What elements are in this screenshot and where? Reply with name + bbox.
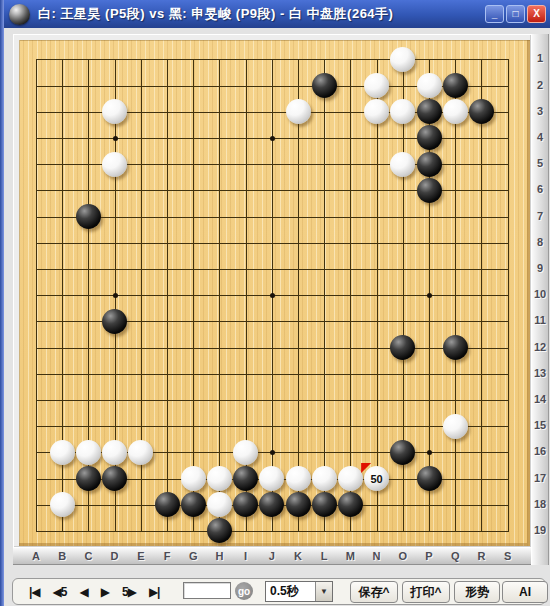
star-point [427,293,432,298]
white-stone-D5 [102,152,127,177]
nav-controls: |◀◀5◀▶5▶▶| [29,579,159,604]
column-label-F: F [158,550,176,562]
grid-line [298,59,299,532]
column-label-M: M [341,550,359,562]
column-label-L: L [315,550,333,562]
star-point [270,450,275,455]
black-stone-O12 [390,335,415,360]
white-stone-N3 [364,99,389,124]
row-label-6: 6 [531,183,549,195]
black-stone-L2 [312,73,337,98]
nav-last-button[interactable]: ▶| [149,586,160,598]
star-point [427,450,432,455]
black-stone-C17 [76,466,101,491]
white-stone-H18 [207,492,232,517]
grid-line [508,59,509,532]
white-stone-Q15 [443,414,468,439]
white-stone-B18 [50,492,75,517]
row-label-16: 16 [531,445,549,457]
row-label-4: 4 [531,131,549,143]
app-logo-icon [9,4,30,25]
column-label-P: P [420,550,438,562]
grid-line [377,59,378,532]
white-stone-M17 [338,466,363,491]
delay-value: 0.5秒 [266,583,315,600]
column-label-H: H [210,550,228,562]
row-label-3: 3 [531,105,549,117]
delay-select[interactable]: 0.5秒 ▼ [265,581,333,602]
white-stone-O5 [390,152,415,177]
grid-line [324,59,325,532]
column-label-D: D [106,550,124,562]
row-label-8: 8 [531,236,549,248]
black-stone-P6 [417,178,442,203]
nav-forward-5-button[interactable]: 5▶ [122,586,136,598]
white-stone-N17: 50 [364,466,389,491]
row-label-2: 2 [531,79,549,91]
dropdown-arrow-icon[interactable]: ▼ [315,582,332,601]
column-label-B: B [53,550,71,562]
white-stone-C16 [76,440,101,465]
white-stone-N2 [364,73,389,98]
row-label-13: 13 [531,367,549,379]
column-label-S: S [499,550,517,562]
row-label-15: 15 [531,419,549,431]
row-label-9: 9 [531,262,549,274]
white-stone-O1 [390,47,415,72]
nav-back-button[interactable]: ◀ [80,586,88,598]
star-point [113,293,118,298]
column-label-J: J [263,550,281,562]
black-stone-I18 [233,492,258,517]
white-stone-K17 [286,466,311,491]
star-point [270,293,275,298]
minimize-button[interactable]: _ [485,5,504,23]
black-stone-D11 [102,309,127,334]
white-stone-O3 [390,99,415,124]
white-stone-D3 [102,99,127,124]
go-button[interactable]: go [235,582,253,600]
go-viewer-window: 白: 王星昊 (P5段) vs 黑: 申旻峻 (P9段) - 白 中盘胜(264… [0,0,550,606]
black-stone-J18 [259,492,284,517]
column-coordinates: ABCDEFGHIJKLMNOPQRS [13,547,531,565]
black-stone-K18 [286,492,311,517]
star-point [270,136,275,141]
grid-line [455,59,456,532]
white-stone-I16 [233,440,258,465]
grid-line [481,59,482,532]
column-label-E: E [132,550,150,562]
black-stone-I17 [233,466,258,491]
black-stone-P17 [417,466,442,491]
move-number-input[interactable] [183,582,231,599]
go-board: 50 [19,40,530,546]
black-stone-P3 [417,99,442,124]
black-stone-H19 [207,518,232,543]
row-label-12: 12 [531,341,549,353]
white-stone-G17 [181,466,206,491]
grid-line [36,531,509,532]
column-label-I: I [237,550,255,562]
title-bar: 白: 王星昊 (P5段) vs 黑: 申旻峻 (P9段) - 白 中盘胜(264… [0,0,550,28]
nav-first-button[interactable]: |◀ [29,586,40,598]
row-label-11: 11 [531,314,549,326]
situation-button[interactable]: 形势 [454,581,500,603]
black-stone-L18 [312,492,337,517]
column-label-O: O [394,550,412,562]
save-button[interactable]: 保存^ [350,581,398,603]
grid-line [36,400,509,401]
white-stone-J17 [259,466,284,491]
row-coordinates: 12345678910111213141516171819 [531,34,549,565]
white-stone-H17 [207,466,232,491]
row-label-14: 14 [531,393,549,405]
row-label-7: 7 [531,210,549,222]
ai-button[interactable]: AI [502,581,548,603]
white-stone-D16 [102,440,127,465]
black-stone-F18 [155,492,180,517]
white-stone-P2 [417,73,442,98]
move-number-label: 50 [364,466,389,491]
black-stone-R3 [469,99,494,124]
white-stone-E16 [128,440,153,465]
column-label-N: N [368,550,386,562]
row-label-5: 5 [531,157,549,169]
column-label-C: C [79,550,97,562]
column-label-G: G [184,550,202,562]
grid-line [36,426,509,427]
star-point [113,136,118,141]
black-stone-P5 [417,152,442,177]
column-label-K: K [289,550,307,562]
window-left-border [0,0,4,606]
grid-line [36,374,509,375]
nav-back-5-button[interactable]: ◀5 [53,586,67,598]
row-label-17: 17 [531,472,549,484]
grid-line [36,348,509,349]
white-stone-Q3 [443,99,468,124]
maximize-button[interactable]: □ [506,5,525,23]
black-stone-P4 [417,125,442,150]
row-label-10: 10 [531,288,549,300]
nav-forward-button[interactable]: ▶ [101,586,109,598]
white-stone-B16 [50,440,75,465]
white-stone-L17 [312,466,337,491]
black-stone-C7 [76,204,101,229]
playback-toolbar: |◀◀5◀▶5▶▶| go 0.5秒 ▼ 保存^打印^形势AI [12,578,546,605]
black-stone-D17 [102,466,127,491]
column-label-R: R [472,550,490,562]
white-stone-K3 [286,99,311,124]
black-stone-M18 [338,492,363,517]
row-label-19: 19 [531,524,549,536]
grid-line [350,59,351,532]
black-stone-Q2 [443,73,468,98]
column-label-A: A [27,550,45,562]
row-label-18: 18 [531,498,549,510]
black-stone-O16 [390,440,415,465]
window-title: 白: 王星昊 (P5段) vs 黑: 申旻峻 (P9段) - 白 中盘胜(264… [38,5,393,23]
row-label-1: 1 [531,52,549,64]
close-button[interactable]: X [527,5,546,23]
print-button[interactable]: 打印^ [402,581,450,603]
black-stone-G18 [181,492,206,517]
column-label-Q: Q [446,550,464,562]
black-stone-Q12 [443,335,468,360]
